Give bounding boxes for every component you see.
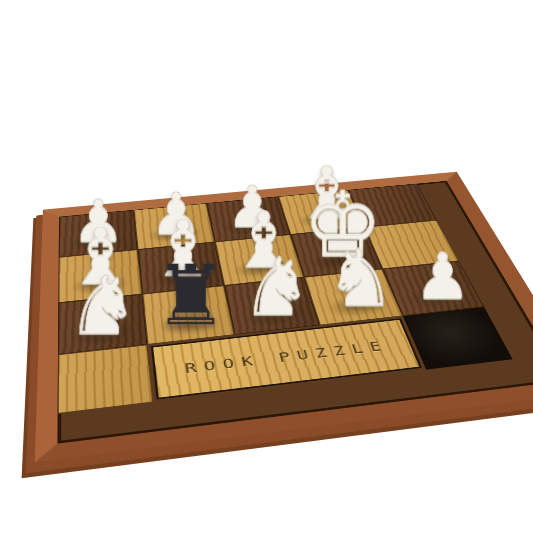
board-cell: ♞	[224, 277, 320, 335]
board-cell: ♞	[58, 294, 147, 354]
white-pawn[interactable]: ♟	[150, 185, 202, 243]
white-knight[interactable]: ♞	[66, 265, 139, 347]
product-photo: ♟♟♟♝♝♝♝♚♞♜♞♞♟ROOK PUZZLE	[0, 0, 533, 533]
target-cell	[403, 307, 513, 370]
nameplate-text: ROOK PUZZLE	[184, 338, 391, 376]
white-knight[interactable]: ♞	[241, 248, 313, 328]
rook-puzzle-board: ♟♟♟♝♝♝♝♚♞♜♞♞♟ROOK PUZZLE	[35, 172, 533, 462]
board-cell: ♞	[304, 269, 403, 325]
white-pawn[interactable]: ♟	[226, 179, 278, 237]
piece-shadow	[293, 209, 354, 231]
piece-shadow	[145, 223, 205, 246]
white-knight[interactable]: ♞	[325, 239, 396, 318]
board-cell: ♟	[134, 203, 215, 249]
board-scene: ♟♟♟♝♝♝♝♚♞♜♞♞♟ROOK PUZZLE	[44, 96, 490, 448]
black-rook[interactable]: ♜	[154, 254, 228, 337]
board-cell: ♜	[142, 286, 234, 345]
board-cell	[348, 184, 437, 228]
piece-shadow	[220, 216, 281, 238]
white-pawn[interactable]: ♟	[414, 245, 471, 309]
white-bishop[interactable]: ♝	[295, 157, 359, 229]
board-cell: ♟	[207, 197, 291, 242]
board-cell: ♝	[278, 190, 364, 235]
board-cell	[58, 345, 154, 414]
